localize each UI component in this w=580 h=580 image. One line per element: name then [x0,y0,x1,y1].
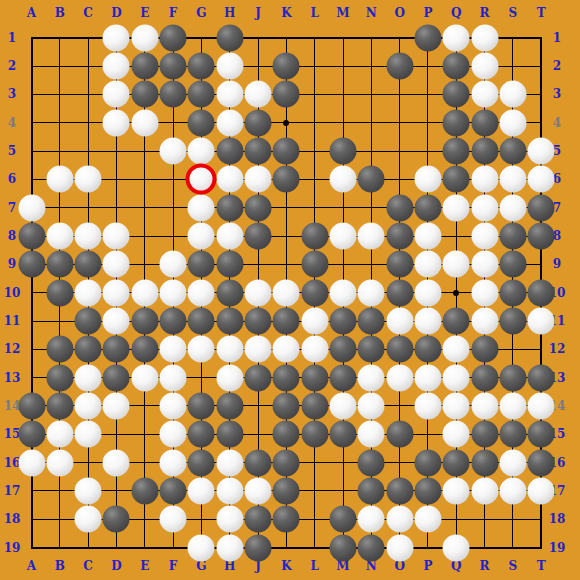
white-stone[interactable] [160,392,187,419]
white-stone[interactable] [443,534,470,561]
black-stone[interactable] [386,421,413,448]
white-stone[interactable] [414,251,441,278]
white-stone[interactable] [160,449,187,476]
coordinate-label: 9 [553,258,561,270]
white-stone[interactable] [301,336,328,363]
white-stone[interactable] [75,223,102,250]
white-stone[interactable] [358,392,385,419]
coordinate-label: B [55,560,65,572]
white-stone[interactable] [443,477,470,504]
white-stone[interactable] [414,392,441,419]
white-stone[interactable] [160,364,187,391]
black-stone[interactable] [245,223,272,250]
coordinate-label: T [537,7,546,19]
coordinate-label: H [224,7,235,19]
black-stone[interactable] [46,279,73,306]
black-stone[interactable] [499,364,526,391]
coordinate-label: 4 [8,117,16,129]
black-stone[interactable] [528,421,555,448]
black-stone[interactable] [273,364,300,391]
black-stone[interactable] [245,194,272,221]
black-stone[interactable] [188,53,215,80]
coordinate-label: L [310,7,318,19]
black-stone[interactable] [330,506,357,533]
white-stone[interactable] [443,336,470,363]
white-stone[interactable] [386,364,413,391]
coordinate-label: K [281,7,291,19]
black-stone[interactable] [386,53,413,80]
white-stone[interactable] [471,81,498,108]
black-stone[interactable] [75,308,102,335]
coordinate-label: 2 [553,60,561,72]
white-stone[interactable] [499,194,526,221]
black-stone[interactable] [528,364,555,391]
white-stone[interactable] [216,506,243,533]
black-stone[interactable] [273,392,300,419]
black-stone[interactable] [131,336,158,363]
coordinate-label: S [509,7,518,19]
white-stone[interactable] [75,166,102,193]
coordinate-label: O [394,560,404,572]
black-stone[interactable] [386,477,413,504]
white-stone[interactable] [75,477,102,504]
black-stone[interactable] [18,251,45,278]
coordinate-label: T [537,560,546,572]
black-stone[interactable] [386,251,413,278]
white-stone[interactable] [103,279,130,306]
coordinate-label: N [366,7,377,19]
black-stone[interactable] [330,534,357,561]
black-stone[interactable] [131,477,158,504]
star-point [283,120,289,126]
coordinate-label: 3 [553,88,561,100]
white-stone[interactable] [160,506,187,533]
black-stone[interactable] [188,449,215,476]
black-stone[interactable] [330,138,357,165]
white-stone[interactable] [414,166,441,193]
white-stone[interactable] [358,506,385,533]
white-stone[interactable] [499,81,526,108]
coordinate-label: 18 [549,513,566,525]
black-stone[interactable] [245,506,272,533]
black-stone[interactable] [414,477,441,504]
black-stone[interactable] [75,336,102,363]
coordinate-label: Q [451,7,461,19]
white-stone[interactable] [188,477,215,504]
white-stone[interactable] [414,308,441,335]
black-stone[interactable] [386,194,413,221]
black-stone[interactable] [245,308,272,335]
black-stone[interactable] [216,251,243,278]
black-stone[interactable] [160,81,187,108]
black-stone[interactable] [188,421,215,448]
coordinate-label: K [281,560,291,572]
white-stone[interactable] [216,534,243,561]
coordinate-label: M [336,560,349,572]
white-stone[interactable] [386,506,413,533]
white-stone[interactable] [414,364,441,391]
white-stone[interactable] [471,477,498,504]
white-stone[interactable] [414,279,441,306]
white-stone[interactable] [131,364,158,391]
coordinate-label: R [480,7,490,19]
black-stone[interactable] [528,223,555,250]
white-stone[interactable] [245,166,272,193]
black-stone[interactable] [245,364,272,391]
black-stone[interactable] [46,251,73,278]
white-stone[interactable] [528,138,555,165]
white-stone[interactable] [18,449,45,476]
white-stone[interactable] [75,421,102,448]
white-stone[interactable] [103,24,130,51]
coordinate-label: E [140,7,149,19]
coordinate-label: E [140,560,149,572]
black-stone[interactable] [471,364,498,391]
coordinate-label: 10 [4,287,21,299]
black-stone[interactable] [471,421,498,448]
black-stone[interactable] [188,251,215,278]
black-stone[interactable] [301,251,328,278]
black-stone[interactable] [358,534,385,561]
coordinate-label: G [196,560,206,572]
coordinate-label: Q [451,560,461,572]
white-stone[interactable] [75,506,102,533]
white-stone[interactable] [330,392,357,419]
white-stone[interactable] [216,166,243,193]
coordinate-label: 4 [553,117,561,129]
black-stone[interactable] [216,392,243,419]
coordinate-label: 1 [553,32,561,44]
white-stone[interactable] [471,308,498,335]
black-stone[interactable] [528,194,555,221]
white-stone[interactable] [46,166,73,193]
coordinate-label: 18 [4,513,21,525]
white-stone[interactable] [528,308,555,335]
black-stone[interactable] [131,308,158,335]
last-move-marker [186,164,217,195]
white-stone[interactable] [75,392,102,419]
white-stone[interactable] [188,194,215,221]
white-stone[interactable] [46,223,73,250]
black-stone[interactable] [330,336,357,363]
coordinate-label: P [423,560,432,572]
black-stone[interactable] [301,364,328,391]
black-stone[interactable] [330,421,357,448]
white-stone[interactable] [443,392,470,419]
white-stone[interactable] [216,477,243,504]
coordinate-label: S [509,560,518,572]
coordinate-label: M [336,7,349,19]
black-stone[interactable] [18,421,45,448]
black-stone[interactable] [273,449,300,476]
white-stone[interactable] [216,53,243,80]
white-stone[interactable] [443,194,470,221]
go-board-screen: ABCDEFGHJKLMNOPQRST ABCDEFGHJKLMNOPQRST … [0,0,580,580]
black-stone[interactable] [443,138,470,165]
coordinate-label: H [224,560,235,572]
black-stone[interactable] [273,138,300,165]
white-stone[interactable] [499,166,526,193]
coordinate-label: N [366,560,377,572]
black-stone[interactable] [443,166,470,193]
black-stone[interactable] [358,449,385,476]
white-stone[interactable] [386,308,413,335]
coordinate-label: 2 [8,60,16,72]
coordinate-label: 17 [4,485,21,497]
coordinate-label: B [55,7,65,19]
white-stone[interactable] [103,223,130,250]
coordinate-label: R [480,560,490,572]
black-stone[interactable] [499,251,526,278]
black-stone[interactable] [386,223,413,250]
white-stone[interactable] [160,336,187,363]
black-stone[interactable] [18,223,45,250]
black-stone[interactable] [471,449,498,476]
white-stone[interactable] [18,194,45,221]
white-stone[interactable] [358,364,385,391]
black-stone[interactable] [245,534,272,561]
black-stone[interactable] [46,392,73,419]
coordinate-label: 19 [549,542,566,554]
white-stone[interactable] [358,421,385,448]
black-stone[interactable] [443,53,470,80]
coordinate-label: L [310,560,318,572]
black-stone[interactable] [216,308,243,335]
black-stone[interactable] [443,81,470,108]
black-stone[interactable] [188,109,215,136]
white-stone[interactable] [471,279,498,306]
black-stone[interactable] [358,166,385,193]
black-stone[interactable] [443,109,470,136]
white-stone[interactable] [443,24,470,51]
coordinate-label: A [27,7,36,19]
coordinate-label: F [169,560,178,572]
black-stone[interactable] [499,223,526,250]
white-stone[interactable] [216,364,243,391]
black-stone[interactable] [103,336,130,363]
black-stone[interactable] [528,449,555,476]
black-stone[interactable] [330,308,357,335]
white-stone[interactable] [330,279,357,306]
white-stone[interactable] [75,279,102,306]
white-stone[interactable] [499,477,526,504]
coordinate-label: O [394,7,404,19]
black-stone[interactable] [160,477,187,504]
white-stone[interactable] [471,24,498,51]
coordinate-label: D [111,560,121,572]
white-stone[interactable] [46,449,73,476]
white-stone[interactable] [46,421,73,448]
white-stone[interactable] [471,392,498,419]
black-stone[interactable] [499,138,526,165]
black-stone[interactable] [245,138,272,165]
white-stone[interactable] [358,223,385,250]
coordinate-label: 1 [8,32,16,44]
black-stone[interactable] [499,421,526,448]
white-stone[interactable] [103,109,130,136]
black-stone[interactable] [273,308,300,335]
white-stone[interactable] [245,477,272,504]
coordinate-label: G [196,7,206,19]
white-stone[interactable] [131,24,158,51]
black-stone[interactable] [75,251,102,278]
black-stone[interactable] [216,24,243,51]
black-stone[interactable] [273,506,300,533]
white-stone[interactable] [103,251,130,278]
black-stone[interactable] [188,81,215,108]
coordinate-label: 12 [549,343,566,355]
black-stone[interactable] [301,279,328,306]
black-stone[interactable] [131,53,158,80]
black-stone[interactable] [216,138,243,165]
black-stone[interactable] [273,53,300,80]
white-stone[interactable] [273,279,300,306]
white-stone[interactable] [330,223,357,250]
white-stone[interactable] [443,251,470,278]
black-stone[interactable] [386,336,413,363]
black-stone[interactable] [499,308,526,335]
white-stone[interactable] [245,336,272,363]
white-stone[interactable] [528,392,555,419]
coordinate-label: C [83,7,93,19]
black-stone[interactable] [414,449,441,476]
black-stone[interactable] [245,449,272,476]
white-stone[interactable] [245,81,272,108]
black-stone[interactable] [273,81,300,108]
white-stone[interactable] [471,53,498,80]
black-stone[interactable] [443,308,470,335]
coordinate-label: 6 [8,173,16,185]
coordinate-label: 11 [4,315,21,327]
white-stone[interactable] [414,223,441,250]
black-stone[interactable] [273,477,300,504]
white-stone[interactable] [188,534,215,561]
coordinate-label: J [255,7,261,19]
coordinate-label: 9 [8,258,16,270]
white-stone[interactable] [414,506,441,533]
white-stone[interactable] [160,279,187,306]
star-point [453,290,459,296]
white-stone[interactable] [216,81,243,108]
white-stone[interactable] [528,477,555,504]
white-stone[interactable] [499,392,526,419]
coordinate-label: C [83,560,93,572]
coordinate-label: 8 [8,230,16,242]
white-stone[interactable] [160,421,187,448]
black-stone[interactable] [499,279,526,306]
black-stone[interactable] [46,364,73,391]
coordinate-label: F [169,7,178,19]
coordinate-label: 19 [4,542,21,554]
white-stone[interactable] [131,279,158,306]
white-stone[interactable] [471,223,498,250]
white-stone[interactable] [216,449,243,476]
black-stone[interactable] [273,166,300,193]
black-stone[interactable] [245,109,272,136]
white-stone[interactable] [188,279,215,306]
black-stone[interactable] [330,364,357,391]
black-stone[interactable] [216,421,243,448]
white-stone[interactable] [103,53,130,80]
black-stone[interactable] [471,109,498,136]
black-stone[interactable] [188,308,215,335]
white-stone[interactable] [528,166,555,193]
black-stone[interactable] [471,138,498,165]
white-stone[interactable] [103,308,130,335]
coordinate-label: 13 [4,372,21,384]
coordinate-label: P [423,7,432,19]
coordinate-label: 7 [8,202,16,214]
black-stone[interactable] [301,421,328,448]
black-stone[interactable] [103,506,130,533]
coordinate-label: 3 [8,88,16,100]
white-stone[interactable] [301,308,328,335]
black-stone[interactable] [301,392,328,419]
black-stone[interactable] [358,336,385,363]
black-stone[interactable] [131,81,158,108]
black-stone[interactable] [358,308,385,335]
white-stone[interactable] [499,449,526,476]
white-stone[interactable] [499,109,526,136]
white-stone[interactable] [443,364,470,391]
black-stone[interactable] [160,24,187,51]
black-stone[interactable] [386,279,413,306]
white-stone[interactable] [330,166,357,193]
white-stone[interactable] [273,336,300,363]
white-stone[interactable] [443,421,470,448]
white-stone[interactable] [358,279,385,306]
black-stone[interactable] [358,477,385,504]
white-stone[interactable] [216,109,243,136]
black-stone[interactable] [46,336,73,363]
white-stone[interactable] [471,194,498,221]
black-stone[interactable] [414,194,441,221]
black-stone[interactable] [414,336,441,363]
black-stone[interactable] [301,223,328,250]
black-stone[interactable] [160,308,187,335]
black-stone[interactable] [273,421,300,448]
black-stone[interactable] [216,194,243,221]
white-stone[interactable] [103,449,130,476]
white-stone[interactable] [160,138,187,165]
black-stone[interactable] [160,53,187,80]
white-stone[interactable] [188,223,215,250]
white-stone[interactable] [386,534,413,561]
white-stone[interactable] [75,364,102,391]
white-stone[interactable] [103,81,130,108]
black-stone[interactable] [188,392,215,419]
white-stone[interactable] [103,392,130,419]
coordinate-label: 12 [4,343,21,355]
white-stone[interactable] [471,166,498,193]
black-stone[interactable] [528,279,555,306]
black-stone[interactable] [18,392,45,419]
black-stone[interactable] [414,24,441,51]
white-stone[interactable] [216,336,243,363]
black-stone[interactable] [443,449,470,476]
white-stone[interactable] [216,223,243,250]
white-stone[interactable] [471,251,498,278]
white-stone[interactable] [245,279,272,306]
white-stone[interactable] [188,138,215,165]
coordinate-label: A [27,560,36,572]
white-stone[interactable] [188,336,215,363]
white-stone[interactable] [160,251,187,278]
white-stone[interactable] [131,109,158,136]
black-stone[interactable] [216,279,243,306]
black-stone[interactable] [103,364,130,391]
black-stone[interactable] [471,336,498,363]
